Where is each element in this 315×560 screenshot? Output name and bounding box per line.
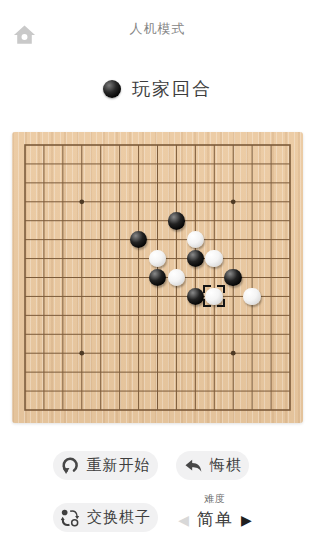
difficulty-value: 简单 — [197, 508, 233, 531]
difficulty-stepper: 难度 ◀ 简单 ▶ — [173, 492, 257, 531]
undo-label: 悔棋 — [210, 456, 242, 475]
difficulty-label: 难度 — [204, 492, 226, 506]
chevron-right-icon[interactable]: ▶ — [241, 513, 252, 527]
swap-pieces-icon — [60, 508, 80, 528]
undo-icon — [183, 458, 203, 474]
stone-white — [243, 288, 261, 306]
restart-label: 重新开始 — [87, 456, 151, 475]
chevron-left-icon[interactable]: ◀ — [178, 513, 189, 527]
stone-white — [205, 288, 223, 306]
stone-black — [224, 269, 242, 287]
stone-black — [168, 212, 186, 230]
black-stone-icon — [103, 80, 121, 98]
restart-button[interactable]: 重新开始 — [53, 451, 158, 480]
swap-pieces-button[interactable]: 交换棋子 — [53, 503, 158, 532]
gomoku-board[interactable] — [12, 132, 303, 423]
page-title: 人机模式 — [0, 20, 315, 38]
undo-button[interactable]: 悔棋 — [176, 451, 249, 480]
turn-indicator: 玩家回合 — [0, 79, 315, 99]
swap-pieces-label: 交换棋子 — [87, 508, 151, 527]
turn-label: 玩家回合 — [132, 77, 212, 101]
restart-icon — [61, 456, 80, 475]
